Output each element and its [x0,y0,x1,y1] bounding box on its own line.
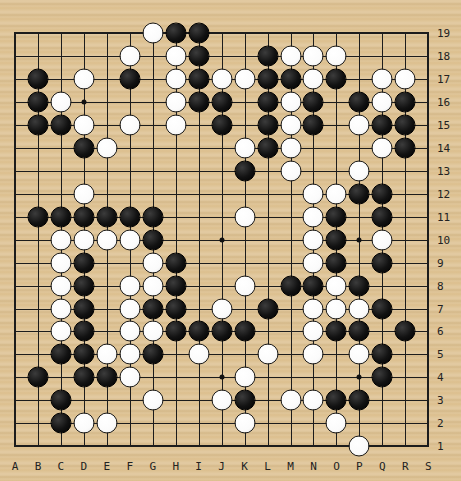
white-stone [349,298,370,319]
black-stone [73,275,94,296]
black-stone [234,321,255,342]
grid-line-vertical [427,32,429,447]
white-stone [234,68,255,89]
white-stone [234,137,255,158]
black-stone [142,206,163,227]
black-stone [50,413,71,434]
black-stone [119,206,140,227]
black-stone [73,252,94,273]
black-stone [257,45,278,66]
column-label: G [149,461,156,472]
black-stone [395,114,416,135]
white-stone [119,229,140,250]
column-label: K [241,461,248,472]
white-stone [303,298,324,319]
column-label: J [218,461,225,472]
white-stone [119,298,140,319]
star-point [357,375,362,380]
white-stone [303,68,324,89]
black-stone [326,206,347,227]
white-stone [96,229,117,250]
black-stone [165,252,186,273]
column-label: I [195,461,202,472]
white-stone [349,436,370,457]
star-point [81,99,86,104]
white-stone [372,91,393,112]
white-stone [96,413,117,434]
black-stone [50,114,71,135]
white-stone [303,344,324,365]
white-stone [326,183,347,204]
black-stone [73,298,94,319]
white-stone [326,413,347,434]
white-stone [50,275,71,296]
black-stone [142,344,163,365]
white-stone [165,45,186,66]
white-stone [50,229,71,250]
black-stone [188,321,209,342]
white-stone [326,298,347,319]
black-stone [188,91,209,112]
white-stone [280,91,301,112]
column-label: L [264,461,271,472]
black-stone [27,68,48,89]
white-stone [372,68,393,89]
white-stone [73,114,94,135]
black-stone [27,206,48,227]
white-stone [257,344,278,365]
black-stone [234,390,255,411]
black-stone [165,23,186,44]
row-label: 1 [437,441,444,452]
black-stone [395,91,416,112]
column-label: H [172,461,179,472]
white-stone [119,344,140,365]
white-stone [188,344,209,365]
black-stone [349,91,370,112]
white-stone [73,183,94,204]
black-stone [188,45,209,66]
black-stone [326,229,347,250]
black-stone [349,390,370,411]
white-stone [73,229,94,250]
black-stone [372,367,393,388]
white-stone [142,321,163,342]
white-stone [142,23,163,44]
white-stone [119,114,140,135]
black-stone [257,91,278,112]
white-stone [96,344,117,365]
white-stone [303,390,324,411]
white-stone [280,137,301,158]
black-stone [73,321,94,342]
row-label: 2 [437,418,444,429]
black-stone [73,344,94,365]
white-stone [372,137,393,158]
column-label: Q [379,461,386,472]
white-stone [326,275,347,296]
black-stone [326,252,347,273]
white-stone [395,68,416,89]
row-label: 9 [437,257,444,268]
black-stone [303,91,324,112]
star-point [219,375,224,380]
row-label: 14 [437,142,450,153]
black-stone [188,23,209,44]
black-stone [165,321,186,342]
black-stone [96,206,117,227]
black-stone [257,298,278,319]
white-stone [234,367,255,388]
row-label: 6 [437,326,444,337]
black-stone [326,390,347,411]
black-stone [50,344,71,365]
column-label: E [104,461,111,472]
white-stone [303,206,324,227]
black-stone [349,321,370,342]
white-stone [50,91,71,112]
white-stone [119,275,140,296]
white-stone [142,252,163,273]
white-stone [349,114,370,135]
white-stone [303,252,324,273]
black-stone [257,114,278,135]
black-stone [372,344,393,365]
black-stone [326,321,347,342]
black-stone [395,137,416,158]
black-stone [50,206,71,227]
row-label: 4 [437,372,444,383]
white-stone [165,68,186,89]
black-stone [372,298,393,319]
black-stone [234,160,255,181]
row-label: 11 [437,211,450,222]
black-stone [257,137,278,158]
black-stone [96,367,117,388]
black-stone [50,390,71,411]
white-stone [280,390,301,411]
column-label: C [58,461,65,472]
white-stone [280,114,301,135]
black-stone [119,68,140,89]
row-label: 10 [437,234,450,245]
row-label: 15 [437,119,450,130]
white-stone [142,275,163,296]
white-stone [303,229,324,250]
row-label: 7 [437,303,444,314]
row-label: 3 [437,395,444,406]
white-stone [50,252,71,273]
black-stone [73,206,94,227]
row-label: 19 [437,28,450,39]
white-stone [142,390,163,411]
black-stone [27,91,48,112]
black-stone [142,229,163,250]
black-stone [211,321,232,342]
black-stone [280,68,301,89]
black-stone [73,367,94,388]
white-stone [73,413,94,434]
column-label: B [35,461,42,472]
white-stone [303,45,324,66]
column-label: D [81,461,88,472]
black-stone [188,68,209,89]
white-stone [211,298,232,319]
black-stone [211,114,232,135]
black-stone [372,114,393,135]
black-stone [27,114,48,135]
black-stone [165,275,186,296]
column-label: M [287,461,294,472]
black-stone [142,298,163,319]
column-label: F [126,461,133,472]
row-label: 16 [437,96,450,107]
black-stone [303,114,324,135]
white-stone [50,298,71,319]
row-label: 17 [437,73,450,84]
black-stone [395,321,416,342]
column-label: S [425,461,432,472]
white-stone [349,160,370,181]
black-stone [27,367,48,388]
black-stone [211,91,232,112]
column-label: O [333,461,340,472]
white-stone [165,114,186,135]
star-point [357,237,362,242]
white-stone [50,321,71,342]
black-stone [372,252,393,273]
white-stone [303,183,324,204]
column-label: R [402,461,409,472]
column-label: P [356,461,363,472]
row-label: 13 [437,165,450,176]
white-stone [234,275,255,296]
white-stone [303,321,324,342]
go-board[interactable]: ABCDEFGHIJKLMNOPQRS191817161514131211109… [0,0,461,481]
white-stone [326,45,347,66]
white-stone [349,344,370,365]
white-stone [280,160,301,181]
white-stone [234,413,255,434]
black-stone [280,275,301,296]
black-stone [349,183,370,204]
black-stone [303,275,324,296]
column-label: N [310,461,317,472]
black-stone [257,68,278,89]
black-stone [372,206,393,227]
white-stone [234,206,255,227]
black-stone [165,298,186,319]
row-label: 5 [437,349,444,360]
white-stone [96,137,117,158]
black-stone [372,183,393,204]
white-stone [119,45,140,66]
white-stone [119,321,140,342]
black-stone [73,137,94,158]
row-label: 8 [437,280,444,291]
row-label: 12 [437,188,450,199]
column-label: A [12,461,19,472]
white-stone [211,390,232,411]
white-stone [211,68,232,89]
white-stone [165,91,186,112]
white-stone [119,367,140,388]
white-stone [372,229,393,250]
star-point [219,237,224,242]
black-stone [326,68,347,89]
black-stone [349,275,370,296]
white-stone [280,45,301,66]
white-stone [73,68,94,89]
row-label: 18 [437,50,450,61]
